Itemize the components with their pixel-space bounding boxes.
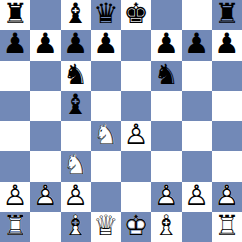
- piece-black-bishop[interactable]: ♝: [63, 91, 88, 119]
- piece-black-pawn[interactable]: ♟: [154, 30, 179, 58]
- piece-black-rook[interactable]: ♜: [3, 0, 28, 28]
- white-piece-outline: ♖: [3, 209, 28, 242]
- square-a8[interactable]: ♜: [0, 0, 30, 30]
- square-f8[interactable]: [151, 0, 181, 30]
- square-f4[interactable]: [151, 121, 181, 151]
- piece-white-rook[interactable]: ♜♖: [3, 212, 28, 240]
- white-piece-outline: ♙: [214, 179, 239, 212]
- square-g2[interactable]: ♟♙: [182, 182, 212, 212]
- square-e4[interactable]: ♟♙: [121, 121, 151, 151]
- square-g4[interactable]: [182, 121, 212, 151]
- piece-black-queen[interactable]: ♛: [93, 0, 118, 28]
- square-h2[interactable]: ♟♙: [212, 182, 242, 212]
- square-f2[interactable]: ♟♙: [151, 182, 181, 212]
- square-b3[interactable]: [30, 151, 60, 181]
- piece-black-bishop[interactable]: ♝: [63, 0, 88, 28]
- piece-white-pawn[interactable]: ♟♙: [154, 182, 179, 210]
- square-h5[interactable]: [212, 91, 242, 121]
- piece-white-pawn[interactable]: ♟♙: [3, 182, 28, 210]
- square-d1[interactable]: ♛♕: [91, 212, 121, 242]
- square-c1[interactable]: ♝♗: [61, 212, 91, 242]
- square-c2[interactable]: ♟♙: [61, 182, 91, 212]
- square-g3[interactable]: [182, 151, 212, 181]
- square-d8[interactable]: ♛: [91, 0, 121, 30]
- piece-white-king[interactable]: ♚♔: [124, 212, 149, 240]
- piece-black-knight[interactable]: ♞: [154, 61, 179, 89]
- square-e1[interactable]: ♚♔: [121, 212, 151, 242]
- square-f7[interactable]: ♟: [151, 30, 181, 60]
- square-d6[interactable]: [91, 61, 121, 91]
- white-piece-outline: ♙: [154, 179, 179, 212]
- piece-black-knight[interactable]: ♞: [63, 61, 88, 89]
- square-f3[interactable]: [151, 151, 181, 181]
- square-b7[interactable]: ♟: [30, 30, 60, 60]
- piece-white-pawn[interactable]: ♟♙: [184, 182, 209, 210]
- square-b2[interactable]: ♟♙: [30, 182, 60, 212]
- piece-black-pawn[interactable]: ♟: [33, 30, 58, 58]
- piece-black-pawn[interactable]: ♟: [63, 30, 88, 58]
- white-piece-outline: ♘: [93, 118, 118, 151]
- piece-black-pawn[interactable]: ♟: [3, 30, 28, 58]
- square-c3[interactable]: ♞♘: [61, 151, 91, 181]
- square-d2[interactable]: [91, 182, 121, 212]
- piece-white-pawn[interactable]: ♟♙: [63, 182, 88, 210]
- square-h1[interactable]: ♜♖: [212, 212, 242, 242]
- piece-black-pawn[interactable]: ♟: [93, 30, 118, 58]
- square-b6[interactable]: [30, 61, 60, 91]
- square-b1[interactable]: [30, 212, 60, 242]
- white-piece-outline: ♘: [63, 148, 88, 181]
- square-f1[interactable]: ♝♗: [151, 212, 181, 242]
- white-piece-outline: ♔: [124, 209, 149, 242]
- square-e3[interactable]: [121, 151, 151, 181]
- white-piece-outline: ♙: [33, 179, 58, 212]
- square-h6[interactable]: [212, 61, 242, 91]
- square-b4[interactable]: [30, 121, 60, 151]
- piece-black-pawn[interactable]: ♟: [184, 30, 209, 58]
- piece-white-knight[interactable]: ♞♘: [93, 121, 118, 149]
- piece-white-bishop[interactable]: ♝♗: [154, 212, 179, 240]
- square-c8[interactable]: ♝: [61, 0, 91, 30]
- piece-white-rook[interactable]: ♜♖: [214, 212, 239, 240]
- white-piece-outline: ♙: [3, 179, 28, 212]
- white-piece-outline: ♙: [124, 118, 149, 151]
- piece-black-rook[interactable]: ♜: [214, 0, 239, 28]
- square-e5[interactable]: [121, 91, 151, 121]
- square-a6[interactable]: [0, 61, 30, 91]
- white-piece-outline: ♗: [154, 209, 179, 242]
- square-g6[interactable]: [182, 61, 212, 91]
- square-e7[interactable]: [121, 30, 151, 60]
- chess-board: ♜♝♛♚♜♟♟♟♟♟♟♟♞♞♝♞♘♟♙♞♘♟♙♟♙♟♙♟♙♟♙♟♙♜♖♝♗♛♕♚…: [0, 0, 242, 242]
- square-c7[interactable]: ♟: [61, 30, 91, 60]
- white-piece-outline: ♙: [184, 179, 209, 212]
- square-c6[interactable]: ♞: [61, 61, 91, 91]
- square-d5[interactable]: [91, 91, 121, 121]
- square-a3[interactable]: [0, 151, 30, 181]
- square-e8[interactable]: ♚: [121, 0, 151, 30]
- piece-black-king[interactable]: ♚: [124, 0, 149, 28]
- square-a4[interactable]: [0, 121, 30, 151]
- square-g1[interactable]: [182, 212, 212, 242]
- piece-white-pawn[interactable]: ♟♙: [33, 182, 58, 210]
- square-d4[interactable]: ♞♘: [91, 121, 121, 151]
- square-d7[interactable]: ♟: [91, 30, 121, 60]
- piece-white-bishop[interactable]: ♝♗: [63, 212, 88, 240]
- square-h3[interactable]: [212, 151, 242, 181]
- square-g7[interactable]: ♟: [182, 30, 212, 60]
- piece-white-pawn[interactable]: ♟♙: [124, 121, 149, 149]
- square-a5[interactable]: [0, 91, 30, 121]
- square-h7[interactable]: ♟: [212, 30, 242, 60]
- square-d3[interactable]: [91, 151, 121, 181]
- square-b8[interactable]: [30, 0, 60, 30]
- white-piece-outline: ♖: [214, 209, 239, 242]
- square-f5[interactable]: [151, 91, 181, 121]
- white-piece-outline: ♕: [93, 209, 118, 242]
- square-g5[interactable]: [182, 91, 212, 121]
- square-a7[interactable]: ♟: [0, 30, 30, 60]
- square-a2[interactable]: ♟♙: [0, 182, 30, 212]
- white-piece-outline: ♗: [63, 209, 88, 242]
- square-c5[interactable]: ♝: [61, 91, 91, 121]
- piece-white-queen[interactable]: ♛♕: [93, 212, 118, 240]
- square-g8[interactable]: [182, 0, 212, 30]
- square-h8[interactable]: ♜: [212, 0, 242, 30]
- square-h4[interactable]: [212, 121, 242, 151]
- piece-white-knight[interactable]: ♞♘: [63, 151, 88, 179]
- square-e6[interactable]: [121, 61, 151, 91]
- square-c4[interactable]: [61, 121, 91, 151]
- piece-black-pawn[interactable]: ♟: [214, 30, 239, 58]
- piece-white-pawn[interactable]: ♟♙: [214, 182, 239, 210]
- square-e2[interactable]: [121, 182, 151, 212]
- square-f6[interactable]: ♞: [151, 61, 181, 91]
- white-piece-outline: ♙: [63, 179, 88, 212]
- square-b5[interactable]: [30, 91, 60, 121]
- square-a1[interactable]: ♜♖: [0, 212, 30, 242]
